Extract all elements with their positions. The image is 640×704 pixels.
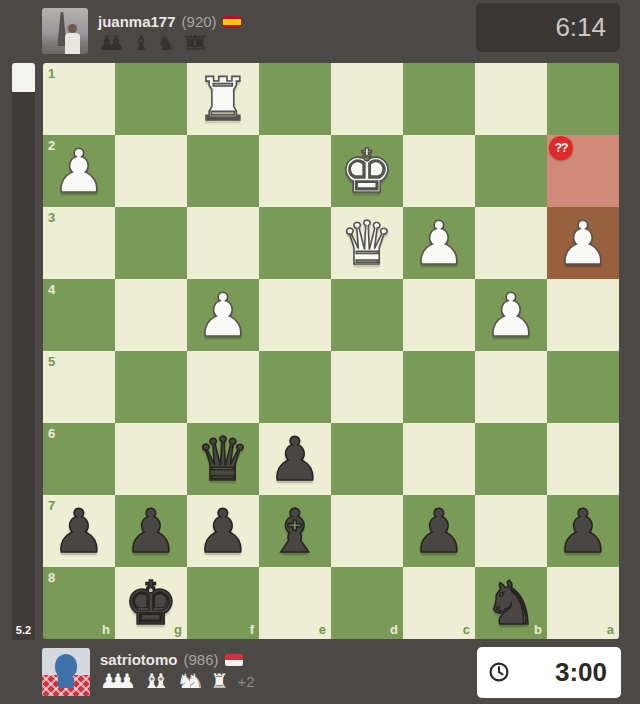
captured-bishop-icon: ♝ bbox=[152, 671, 170, 692]
square-h5[interactable]: 5 bbox=[43, 351, 115, 423]
square-b6[interactable] bbox=[475, 423, 547, 495]
square-h7[interactable]: 7♟ bbox=[43, 495, 115, 567]
spain-flag-icon bbox=[223, 16, 241, 28]
top-player-captured-pieces: ♟♟♝♞♜♜ bbox=[98, 33, 216, 54]
piece-white-pawn[interactable]: ♟ bbox=[187, 279, 259, 351]
square-e6[interactable]: ♟ bbox=[259, 423, 331, 495]
square-d3[interactable]: ♛ bbox=[331, 207, 403, 279]
captured-group-rook: ♜ bbox=[211, 671, 229, 692]
square-f2[interactable] bbox=[187, 135, 259, 207]
captured-group-pawn: ♟♟♟ bbox=[100, 671, 136, 692]
top-player-rating: (920) bbox=[182, 13, 217, 30]
square-c7[interactable]: ♟ bbox=[403, 495, 475, 567]
piece-black-bishop[interactable]: ♝ bbox=[259, 495, 331, 567]
square-e7[interactable]: ♝ bbox=[259, 495, 331, 567]
square-e5[interactable] bbox=[259, 351, 331, 423]
evaluation-bar: 5.2 bbox=[12, 63, 35, 640]
rank-label-8: 8 bbox=[48, 571, 55, 584]
rank-label-6: 6 bbox=[48, 427, 55, 440]
square-c8[interactable]: c bbox=[403, 567, 475, 639]
clock-icon bbox=[488, 661, 510, 683]
bottom-player-captured-pieces: ♟♟♟♝♝♞♞♜+2 bbox=[100, 671, 255, 692]
evaluation-bar-white-segment bbox=[12, 63, 35, 92]
square-b1[interactable] bbox=[475, 63, 547, 135]
square-a6[interactable] bbox=[547, 423, 619, 495]
square-b2[interactable] bbox=[475, 135, 547, 207]
piece-white-pawn[interactable]: ♟ bbox=[43, 135, 115, 207]
captured-group-bishop: ♝♝ bbox=[143, 671, 170, 692]
captured-group-bishop: ♝ bbox=[132, 33, 150, 54]
captured-pawn-icon: ♟ bbox=[118, 671, 136, 692]
captured-group-pawn: ♟♟ bbox=[98, 33, 125, 54]
square-h4[interactable]: 4 bbox=[43, 279, 115, 351]
material-advantage: +2 bbox=[238, 671, 255, 692]
bottom-player-avatar[interactable] bbox=[42, 648, 90, 696]
square-b8[interactable]: b♞ bbox=[475, 567, 547, 639]
bottom-player-info[interactable]: satriotomo (986) bbox=[100, 651, 243, 668]
rank-label-5: 5 bbox=[48, 355, 55, 368]
square-d7[interactable] bbox=[331, 495, 403, 567]
piece-black-pawn[interactable]: ♟ bbox=[259, 423, 331, 495]
square-c5[interactable] bbox=[403, 351, 475, 423]
square-d1[interactable] bbox=[331, 63, 403, 135]
square-b7[interactable] bbox=[475, 495, 547, 567]
square-e2[interactable] bbox=[259, 135, 331, 207]
top-player-clock: 6:14 bbox=[476, 3, 620, 52]
top-player-avatar[interactable] bbox=[42, 8, 88, 54]
captured-bishop-icon: ♝ bbox=[132, 33, 150, 54]
piece-black-king[interactable]: ♚ bbox=[115, 567, 187, 639]
bottom-player-rating: (986) bbox=[184, 651, 219, 668]
captured-knight-icon: ♞ bbox=[157, 33, 175, 54]
square-g6[interactable] bbox=[115, 423, 187, 495]
square-h6[interactable]: 6 bbox=[43, 423, 115, 495]
piece-black-pawn[interactable]: ♟ bbox=[187, 495, 259, 567]
piece-white-queen[interactable]: ♛ bbox=[331, 207, 403, 279]
captured-rook-icon: ♜ bbox=[211, 671, 229, 692]
file-label-e: e bbox=[319, 623, 326, 636]
evaluation-value: 5.2 bbox=[12, 624, 35, 636]
captured-group-rook: ♜♜ bbox=[182, 33, 209, 54]
square-a4[interactable] bbox=[547, 279, 619, 351]
square-g3[interactable] bbox=[115, 207, 187, 279]
square-g5[interactable] bbox=[115, 351, 187, 423]
piece-black-pawn[interactable]: ♟ bbox=[43, 495, 115, 567]
piece-white-pawn[interactable]: ♟ bbox=[475, 279, 547, 351]
file-label-a: a bbox=[607, 623, 614, 636]
square-f1[interactable]: ♜ bbox=[187, 63, 259, 135]
square-c2[interactable] bbox=[403, 135, 475, 207]
file-label-f: f bbox=[250, 623, 254, 636]
captured-rook-icon: ♜ bbox=[191, 33, 209, 54]
square-d6[interactable] bbox=[331, 423, 403, 495]
square-b3[interactable] bbox=[475, 207, 547, 279]
square-e4[interactable] bbox=[259, 279, 331, 351]
square-a8[interactable]: a bbox=[547, 567, 619, 639]
square-f6[interactable]: ♛ bbox=[187, 423, 259, 495]
square-c1[interactable] bbox=[403, 63, 475, 135]
indonesia-flag-icon bbox=[225, 654, 243, 666]
square-d4[interactable] bbox=[331, 279, 403, 351]
chess-board[interactable]: 1♜2♟♚3♛♟♟4♟♟56♛♟7♟♟♟♝♟♟8hg♚fedcb♞a bbox=[43, 63, 619, 639]
square-f5[interactable] bbox=[187, 351, 259, 423]
file-label-c: c bbox=[463, 623, 470, 636]
piece-white-king[interactable]: ♚ bbox=[331, 135, 403, 207]
square-b5[interactable] bbox=[475, 351, 547, 423]
captured-pawn-icon: ♟ bbox=[107, 33, 125, 54]
square-g7[interactable]: ♟ bbox=[115, 495, 187, 567]
square-c3[interactable]: ♟ bbox=[403, 207, 475, 279]
square-d8[interactable]: d bbox=[331, 567, 403, 639]
square-g8[interactable]: g♚ bbox=[115, 567, 187, 639]
piece-white-rook[interactable]: ♜ bbox=[187, 63, 259, 135]
square-h8[interactable]: 8h bbox=[43, 567, 115, 639]
square-a7[interactable]: ♟ bbox=[547, 495, 619, 567]
square-f8[interactable]: f bbox=[187, 567, 259, 639]
square-h1[interactable]: 1 bbox=[43, 63, 115, 135]
square-c6[interactable] bbox=[403, 423, 475, 495]
file-label-h: h bbox=[102, 623, 110, 636]
square-e1[interactable] bbox=[259, 63, 331, 135]
piece-black-pawn[interactable]: ♟ bbox=[115, 495, 187, 567]
square-g2[interactable] bbox=[115, 135, 187, 207]
square-a3[interactable]: ♟ bbox=[547, 207, 619, 279]
piece-white-pawn[interactable]: ♟ bbox=[403, 207, 475, 279]
blunder-badge: ?? bbox=[549, 136, 573, 160]
rank-label-1: 1 bbox=[48, 67, 55, 80]
square-f3[interactable] bbox=[187, 207, 259, 279]
square-e8[interactable]: e bbox=[259, 567, 331, 639]
piece-black-queen[interactable]: ♛ bbox=[187, 423, 259, 495]
piece-black-knight[interactable]: ♞ bbox=[475, 567, 547, 639]
piece-black-pawn[interactable]: ♟ bbox=[403, 495, 475, 567]
bottom-clock-time: 3:00 bbox=[555, 657, 621, 688]
square-h2[interactable]: 2♟ bbox=[43, 135, 115, 207]
square-b4[interactable]: ♟ bbox=[475, 279, 547, 351]
piece-black-pawn[interactable]: ♟ bbox=[547, 495, 619, 567]
top-clock-time: 6:14 bbox=[555, 12, 620, 43]
square-g1[interactable] bbox=[115, 63, 187, 135]
square-f7[interactable]: ♟ bbox=[187, 495, 259, 567]
square-a1[interactable] bbox=[547, 63, 619, 135]
square-a5[interactable] bbox=[547, 351, 619, 423]
file-label-d: d bbox=[390, 623, 398, 636]
square-d2[interactable]: ♚ bbox=[331, 135, 403, 207]
top-player-info[interactable]: juanma177 (920) bbox=[98, 13, 241, 30]
captured-knight-icon: ♞ bbox=[186, 671, 204, 692]
square-d5[interactable] bbox=[331, 351, 403, 423]
piece-white-pawn[interactable]: ♟ bbox=[547, 207, 619, 279]
square-h3[interactable]: 3 bbox=[43, 207, 115, 279]
rank-label-4: 4 bbox=[48, 283, 55, 296]
rank-label-3: 3 bbox=[48, 211, 55, 224]
captured-group-knight: ♞ bbox=[157, 33, 175, 54]
bottom-player-name: satriotomo bbox=[100, 651, 178, 668]
captured-group-knight: ♞♞ bbox=[177, 671, 204, 692]
square-c4[interactable] bbox=[403, 279, 475, 351]
top-player-name: juanma177 bbox=[98, 13, 176, 30]
square-g4[interactable] bbox=[115, 279, 187, 351]
square-f4[interactable]: ♟ bbox=[187, 279, 259, 351]
bottom-player-clock: 3:00 bbox=[477, 647, 621, 698]
square-e3[interactable] bbox=[259, 207, 331, 279]
